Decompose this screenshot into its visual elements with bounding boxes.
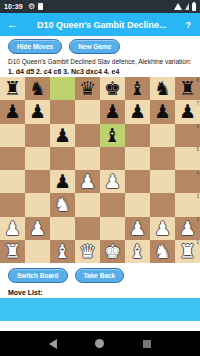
app-bar: ← D10 Queen's Gambit Decline... ? [0, 13, 200, 36]
square-g8[interactable]: ♞ [150, 77, 175, 100]
square-h2[interactable]: ♟2 [175, 217, 200, 240]
square-g6[interactable] [150, 124, 175, 147]
white-pawn[interactable]: ♟ [79, 172, 96, 191]
help-icon[interactable]: ? [186, 20, 194, 30]
opening-moves: 1. d4 d5 2. c4 c6 3. Nc3 dxc4 4. e4 [0, 66, 200, 77]
black-bishop[interactable]: ♝ [104, 126, 121, 145]
square-c1[interactable]: ♝ [50, 240, 75, 263]
square-g2[interactable]: ♟ [150, 217, 175, 240]
black-pawn[interactable]: ♟ [29, 102, 46, 121]
square-e1[interactable]: ♚ [100, 240, 125, 263]
square-g5[interactable] [150, 147, 175, 170]
square-a2[interactable]: ♟ [0, 217, 25, 240]
black-pawn[interactable]: ♟ [104, 102, 121, 121]
black-king[interactable]: ♚ [104, 79, 121, 98]
square-a6[interactable] [0, 124, 25, 147]
square-d2[interactable] [75, 217, 100, 240]
square-b4[interactable] [25, 170, 50, 193]
white-pawn[interactable]: ♟ [154, 219, 171, 238]
top-button-row: Hide Moves New Game [0, 36, 200, 56]
nav-recents-icon[interactable] [143, 340, 151, 348]
square-g1[interactable]: ♞ [150, 240, 175, 263]
white-pawn[interactable]: ♟ [129, 219, 146, 238]
status-bar: 10:39 ⚙ [0, 0, 200, 13]
square-c3[interactable]: ♞ [50, 193, 75, 216]
white-bishop[interactable]: ♝ [129, 242, 146, 261]
black-knight[interactable]: ♞ [29, 79, 46, 98]
new-game-button[interactable]: New Game [69, 39, 120, 54]
black-pawn[interactable]: ♟ [4, 102, 21, 121]
white-bishop[interactable]: ♝ [54, 242, 71, 261]
square-a1[interactable]: ♜ [0, 240, 25, 263]
square-f6[interactable] [125, 124, 150, 147]
square-f7[interactable]: ♟ [125, 100, 150, 123]
square-c7[interactable] [50, 100, 75, 123]
android-nav-bar [0, 331, 200, 356]
square-d3[interactable] [75, 193, 100, 216]
black-knight[interactable]: ♞ [154, 79, 171, 98]
square-c5[interactable] [50, 147, 75, 170]
opening-description: D10 Queen's Gambit Declined Slav defence… [0, 56, 200, 66]
square-a5[interactable] [0, 147, 25, 170]
rank-label-2: 2 [196, 217, 199, 222]
square-b8[interactable]: ♞ [25, 77, 50, 100]
square-f8[interactable]: ♝ [125, 77, 150, 100]
square-b7[interactable]: ♟ [25, 100, 50, 123]
square-e5[interactable] [100, 147, 125, 170]
square-b1[interactable] [25, 240, 50, 263]
rank-label-4: 4 [196, 171, 199, 176]
black-rook[interactable]: ♜ [4, 79, 21, 98]
clock: 10:39 [4, 3, 23, 10]
sim-icon [38, 3, 43, 10]
square-h1[interactable]: ♜1 [175, 240, 200, 263]
black-pawn[interactable]: ♟ [179, 102, 196, 121]
move-list-box[interactable] [0, 298, 200, 321]
square-d8[interactable]: ♛ [75, 77, 100, 100]
black-queen[interactable]: ♛ [79, 79, 96, 98]
square-g7[interactable]: ♟ [150, 100, 175, 123]
rank-label-1: 1 [196, 240, 199, 245]
nav-home-icon[interactable] [95, 339, 104, 348]
page-title: D10 Queen's Gambit Decline... [18, 20, 186, 30]
square-h7[interactable]: ♟7 [175, 100, 200, 123]
white-knight[interactable]: ♞ [154, 242, 171, 261]
chess-board: ♜♞♛♚♝♞♜8♟♟♟♟♟♟7♟♝65♟♟♟4♞3♟♟♟♟♟2♜♝♛♚♝♞♜1 [0, 77, 200, 263]
square-g3[interactable] [150, 193, 175, 216]
wifi-icon [174, 3, 182, 10]
take-back-button[interactable]: Take Back [75, 268, 125, 283]
square-b3[interactable] [25, 193, 50, 216]
square-d1[interactable]: ♛ [75, 240, 100, 263]
square-c8[interactable] [50, 77, 75, 100]
switch-board-button[interactable]: Switch Board [8, 268, 68, 283]
square-h5[interactable]: 5 [175, 147, 200, 170]
hide-moves-button[interactable]: Hide Moves [8, 39, 62, 54]
square-d5[interactable] [75, 147, 100, 170]
square-d4[interactable]: ♟ [75, 170, 100, 193]
square-c6[interactable]: ♟ [50, 124, 75, 147]
rank-label-6: 6 [196, 124, 199, 129]
square-f4[interactable] [125, 170, 150, 193]
white-rook[interactable]: ♜ [179, 242, 196, 261]
square-a3[interactable] [0, 193, 25, 216]
square-e3[interactable] [100, 193, 125, 216]
square-f1[interactable]: ♝ [125, 240, 150, 263]
white-rook[interactable]: ♜ [4, 242, 21, 261]
square-c4[interactable]: ♟ [50, 170, 75, 193]
square-f3[interactable] [125, 193, 150, 216]
black-pawn[interactable]: ♟ [54, 126, 71, 145]
square-e8[interactable]: ♚ [100, 77, 125, 100]
square-h6[interactable]: 6 [175, 124, 200, 147]
move-list-label: Move List: [0, 285, 200, 298]
black-rook[interactable]: ♜ [179, 79, 196, 98]
white-pawn[interactable]: ♟ [104, 172, 121, 191]
black-pawn[interactable]: ♟ [54, 172, 71, 191]
rank-label-7: 7 [196, 101, 199, 106]
black-pawn[interactable]: ♟ [154, 102, 171, 121]
rank-label-5: 5 [196, 147, 199, 152]
signal-icon [185, 3, 189, 10]
bottom-button-row: Switch Board Take Back [0, 263, 200, 285]
white-pawn[interactable]: ♟ [4, 219, 21, 238]
battery-icon [192, 3, 196, 11]
white-pawn[interactable]: ♟ [179, 219, 196, 238]
black-pawn[interactable]: ♟ [129, 102, 146, 121]
rank-label-3: 3 [196, 194, 199, 199]
nav-back-icon[interactable] [49, 339, 57, 349]
square-e7[interactable]: ♟ [100, 100, 125, 123]
square-b2[interactable]: ♟ [25, 217, 50, 240]
square-h3[interactable]: 3 [175, 193, 200, 216]
white-king[interactable]: ♚ [104, 242, 121, 261]
white-queen[interactable]: ♛ [79, 242, 96, 261]
square-a7[interactable]: ♟ [0, 100, 25, 123]
square-e2[interactable] [100, 217, 125, 240]
square-h4[interactable]: 4 [175, 170, 200, 193]
white-knight[interactable]: ♞ [54, 195, 71, 214]
gear-icon: ⚙ [28, 3, 35, 11]
black-bishop[interactable]: ♝ [129, 79, 146, 98]
square-d6[interactable] [75, 124, 100, 147]
square-e6[interactable]: ♝ [100, 124, 125, 147]
app-screen: 10:39 ⚙ ← D10 Queen's Gambit Decline... … [0, 0, 200, 356]
square-f5[interactable] [125, 147, 150, 170]
square-g4[interactable] [150, 170, 175, 193]
back-arrow-icon[interactable]: ← [7, 19, 18, 30]
square-f2[interactable]: ♟ [125, 217, 150, 240]
square-a4[interactable] [0, 170, 25, 193]
square-a8[interactable]: ♜ [0, 77, 25, 100]
square-c2[interactable] [50, 217, 75, 240]
square-d7[interactable] [75, 100, 100, 123]
square-b5[interactable] [25, 147, 50, 170]
square-e4[interactable]: ♟ [100, 170, 125, 193]
white-pawn[interactable]: ♟ [29, 219, 46, 238]
square-h8[interactable]: ♜8 [175, 77, 200, 100]
rank-label-8: 8 [196, 78, 199, 83]
square-b6[interactable] [25, 124, 50, 147]
